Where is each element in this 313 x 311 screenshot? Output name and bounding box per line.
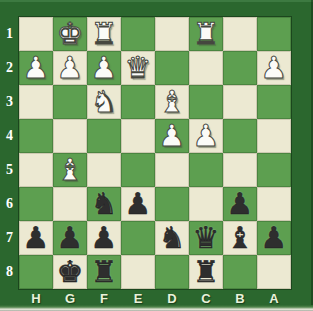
white-bishop[interactable]: ♝	[57, 153, 84, 187]
square-g7[interactable]: ♟	[53, 221, 87, 255]
square-e7[interactable]	[121, 221, 155, 255]
white-pawn[interactable]: ♟	[57, 51, 84, 85]
white-rook[interactable]: ♜	[91, 17, 118, 51]
square-f7[interactable]: ♟	[87, 221, 121, 255]
square-d6[interactable]	[155, 187, 189, 221]
black-rook[interactable]: ♜	[193, 255, 220, 289]
square-h8[interactable]	[19, 255, 53, 289]
black-knight[interactable]: ♞	[91, 187, 118, 221]
square-b1[interactable]	[223, 17, 257, 51]
square-a2[interactable]: ♟	[257, 51, 291, 85]
white-bishop[interactable]: ♝	[159, 85, 186, 119]
rank-label-6: 6	[0, 187, 19, 221]
square-g3[interactable]	[53, 85, 87, 119]
rank-label-8: 8	[0, 255, 19, 289]
white-knight[interactable]: ♞	[91, 85, 118, 119]
square-f2[interactable]: ♟	[87, 51, 121, 85]
square-c3[interactable]	[189, 85, 223, 119]
rank-label-1: 1	[0, 17, 19, 51]
square-f3[interactable]: ♞	[87, 85, 121, 119]
square-h6[interactable]	[19, 187, 53, 221]
square-a7[interactable]: ♟	[257, 221, 291, 255]
square-c1[interactable]: ♜	[189, 17, 223, 51]
black-knight[interactable]: ♞	[159, 221, 186, 255]
rank-label-2: 2	[0, 51, 19, 85]
square-c6[interactable]	[189, 187, 223, 221]
black-pawn[interactable]: ♟	[227, 187, 254, 221]
white-queen[interactable]: ♛	[125, 51, 152, 85]
square-h5[interactable]	[19, 153, 53, 187]
square-c4[interactable]: ♟	[189, 119, 223, 153]
square-b3[interactable]	[223, 85, 257, 119]
square-e8[interactable]	[121, 255, 155, 289]
white-pawn[interactable]: ♟	[23, 51, 50, 85]
square-f8[interactable]: ♜	[87, 255, 121, 289]
square-d8[interactable]	[155, 255, 189, 289]
bottom-bevel	[0, 305, 313, 311]
square-e2[interactable]: ♛	[121, 51, 155, 85]
right-edge-shade	[311, 0, 313, 311]
square-e4[interactable]	[121, 119, 155, 153]
square-d1[interactable]	[155, 17, 189, 51]
square-a8[interactable]	[257, 255, 291, 289]
square-g6[interactable]	[53, 187, 87, 221]
rank-label-4: 4	[0, 119, 19, 153]
white-rook[interactable]: ♜	[193, 17, 220, 51]
white-pawn[interactable]: ♟	[193, 119, 220, 153]
chess-diagram: ♚♜♜♟♟♟♛♟♞♝♟♟♝♞♟♟♟♟♟♞♛♝♟♚♜♜ 12345678 HGFE…	[0, 0, 313, 311]
square-a6[interactable]	[257, 187, 291, 221]
square-c7[interactable]: ♛	[189, 221, 223, 255]
square-b4[interactable]	[223, 119, 257, 153]
black-queen[interactable]: ♛	[193, 221, 220, 255]
square-c2[interactable]	[189, 51, 223, 85]
square-g5[interactable]: ♝	[53, 153, 87, 187]
square-h2[interactable]: ♟	[19, 51, 53, 85]
rank-label-7: 7	[0, 221, 19, 255]
white-pawn[interactable]: ♟	[91, 51, 118, 85]
square-f5[interactable]	[87, 153, 121, 187]
square-h1[interactable]	[19, 17, 53, 51]
white-pawn[interactable]: ♟	[159, 119, 186, 153]
top-bevel	[0, 0, 313, 2]
black-pawn[interactable]: ♟	[57, 221, 84, 255]
square-f4[interactable]	[87, 119, 121, 153]
white-king[interactable]: ♚	[57, 17, 84, 51]
square-f6[interactable]: ♞	[87, 187, 121, 221]
square-a1[interactable]	[257, 17, 291, 51]
black-pawn[interactable]: ♟	[261, 221, 288, 255]
rank-label-5: 5	[0, 153, 19, 187]
black-rook[interactable]: ♜	[91, 255, 118, 289]
square-h7[interactable]: ♟	[19, 221, 53, 255]
black-king[interactable]: ♚	[57, 255, 84, 289]
square-h4[interactable]	[19, 119, 53, 153]
square-a5[interactable]	[257, 153, 291, 187]
square-d3[interactable]: ♝	[155, 85, 189, 119]
square-a4[interactable]	[257, 119, 291, 153]
square-g2[interactable]: ♟	[53, 51, 87, 85]
square-b7[interactable]: ♝	[223, 221, 257, 255]
square-a3[interactable]	[257, 85, 291, 119]
black-pawn[interactable]: ♟	[23, 221, 50, 255]
rank-label-3: 3	[0, 85, 19, 119]
square-d7[interactable]: ♞	[155, 221, 189, 255]
square-c5[interactable]	[189, 153, 223, 187]
square-e1[interactable]	[121, 17, 155, 51]
square-d5[interactable]	[155, 153, 189, 187]
white-pawn[interactable]: ♟	[261, 51, 288, 85]
square-d4[interactable]: ♟	[155, 119, 189, 153]
chess-board: ♚♜♜♟♟♟♛♟♞♝♟♟♝♞♟♟♟♟♟♞♛♝♟♚♜♜	[19, 17, 291, 289]
square-e3[interactable]	[121, 85, 155, 119]
square-h3[interactable]	[19, 85, 53, 119]
square-g4[interactable]	[53, 119, 87, 153]
square-b8[interactable]	[223, 255, 257, 289]
square-b2[interactable]	[223, 51, 257, 85]
square-b6[interactable]: ♟	[223, 187, 257, 221]
square-e6[interactable]: ♟	[121, 187, 155, 221]
black-pawn[interactable]: ♟	[125, 187, 152, 221]
square-g8[interactable]: ♚	[53, 255, 87, 289]
square-c8[interactable]: ♜	[189, 255, 223, 289]
black-pawn[interactable]: ♟	[91, 221, 118, 255]
square-e5[interactable]	[121, 153, 155, 187]
square-g1[interactable]: ♚	[53, 17, 87, 51]
square-b5[interactable]	[223, 153, 257, 187]
square-f1[interactable]: ♜	[87, 17, 121, 51]
black-bishop[interactable]: ♝	[227, 221, 254, 255]
square-d2[interactable]	[155, 51, 189, 85]
